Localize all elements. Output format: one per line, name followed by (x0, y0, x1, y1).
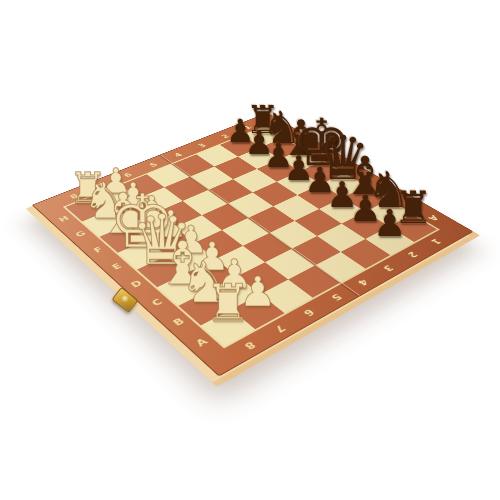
coord-label-B: B (401, 199, 415, 207)
coord-label-4: 4 (172, 152, 183, 158)
coord-label-6: 6 (122, 172, 134, 179)
coord-label-E: E (110, 262, 123, 271)
coord-label-5: 5 (148, 161, 159, 167)
coord-label-8: 8 (241, 340, 256, 351)
coord-label-5: 5 (328, 292, 343, 302)
coord-label-A: A (425, 214, 439, 222)
coord-label-6: 6 (300, 307, 315, 317)
clasp-pin-icon (120, 294, 130, 304)
coord-label-1: 1 (242, 125, 253, 131)
coord-label-1: 1 (428, 237, 442, 245)
coord-label-7: 7 (272, 323, 287, 334)
coord-label-8: 8 (68, 193, 80, 200)
coord-label-2: 2 (405, 250, 419, 259)
coord-label-3: 3 (380, 264, 394, 273)
coord-label-4: 4 (355, 278, 370, 287)
coord-label-B: B (170, 316, 185, 327)
coord-label-H: H (276, 126, 288, 132)
coord-label-3: 3 (196, 142, 207, 148)
coord-label-A: A (193, 336, 209, 347)
coord-label-E: E (335, 161, 347, 167)
playfield-grid (63, 126, 440, 349)
coord-label-D: D (128, 279, 143, 289)
coord-label-H: H (56, 214, 70, 222)
coord-label-C: C (149, 297, 164, 307)
coord-label-7: 7 (95, 182, 107, 189)
coord-label-G: G (294, 137, 306, 143)
product-photo: 8877665544332211HHGGFFEEDDCCBBAA ♜♟♞♟♝♟♚… (0, 0, 500, 500)
coord-label-2: 2 (219, 133, 230, 139)
coord-label-F: F (91, 245, 104, 253)
coord-label-D: D (356, 173, 369, 180)
coord-label-F: F (314, 149, 326, 155)
chess-board: 8877665544332211HHGGFFEEDDCCBBAA (32, 113, 474, 377)
coord-label-C: C (378, 186, 391, 193)
coord-label-G: G (73, 229, 87, 238)
